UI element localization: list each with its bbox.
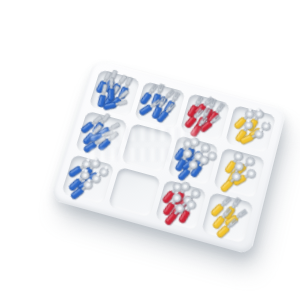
terminal-piece-blue-butt: undefined [129,175,157,192]
compartment-r1c4-yellow-hook [225,105,276,154]
terminal-piece-blue-fork [161,89,183,115]
terminal-piece-yellow-fork [221,194,245,222]
terminal-piece-blue-fork [138,81,162,107]
terminal-piece-blue-spade [102,97,129,113]
terminal-piece-red-butt: undefined [138,134,162,161]
terminal-piece-blue-ring [192,149,220,171]
terminal-piece-yellow-hook [233,118,257,144]
terminal-piece-red-butt: undefined [131,124,152,151]
terminal-piece-blue-hook [77,156,103,182]
terminal-piece-red-fork [191,93,217,118]
terminal-piece-blue-spade [80,121,105,147]
compartment-r1c2-blue-fork [134,81,186,129]
terminal-piece-red-ring [176,198,199,226]
terminal-piece-blue-spade [88,127,116,145]
terminal-piece-yellow-hook [244,107,266,134]
terminal-piece-yellow-ring [225,159,247,187]
terminal-piece-yellow-ring [231,167,259,189]
terminal-piece-yellow-ring [231,154,258,179]
terminal-piece-yellow-fork [214,215,241,241]
terminal-piece-blue-hook [83,165,111,186]
terminal-piece-blue-ring [172,136,196,163]
terminal-piece-blue-spade [78,112,105,136]
terminal-piece-blue-spade [95,118,123,139]
terminal-piece-red-butt: undefined [133,142,154,170]
terminal-piece-blue-ring [187,140,213,165]
terminal-piece-blue-spade [101,83,124,109]
compartment-r1c3-red-fork [179,93,230,142]
tray-body: undefinedundefinedundefinedundefinedunde… [50,59,287,255]
terminal-piece-blue-spade [107,72,131,98]
terminal-piece-red-fork [205,100,229,126]
terminal-piece-blue-butt: undefined [128,186,156,204]
compartment-r2c3-blue-ring [167,135,219,185]
terminal-piece-blue-spade [107,86,133,111]
terminal-piece-red-fork [193,105,214,132]
compartment-r3c3-red-ring [154,179,207,231]
terminal-piece-blue-fork [137,95,164,117]
terminal-piece-red-butt: undefined [143,127,166,154]
terminal-piece-yellow-ring [219,169,245,195]
terminal-piece-blue-hook [66,167,93,193]
terminal-piece-blue-spade [106,77,117,101]
terminal-piece-yellow-hook [238,127,266,147]
terminal-piece-blue-spade [89,111,113,137]
terminal-piece-blue-spade [115,75,135,101]
terminal-piece-blue-fork [149,94,170,121]
terminal-piece-red-ring [161,190,185,218]
terminal-piece-red-fork [188,113,212,139]
compartment-r3c2-blue-butt: undefinedundefinedundefinedundefinedunde… [107,166,160,217]
tray: undefinedundefinedundefinedundefinedunde… [50,59,287,255]
terminal-piece-red-ring [160,179,186,206]
terminal-piece-red-butt: undefined [140,123,158,150]
terminal-piece-red-butt: undefined [138,149,165,162]
terminal-piece-blue-butt: undefined [111,191,139,207]
terminal-piece-blue-spade [93,69,115,95]
product-photo: undefinedundefinedundefinedundefinedunde… [0,0,300,300]
terminal-piece-red-ring [169,193,196,219]
terminal-piece-red-fork [201,96,220,123]
terminal-piece-blue-butt: undefined [121,193,148,207]
terminal-piece-blue-fork [153,86,179,110]
compartment-r3c1-blue-hook [61,154,114,205]
terminal-piece-yellow-fork [223,206,251,230]
terminal-piece-red-ring [176,186,203,211]
terminal-piece-yellow-fork [208,193,235,219]
terminal-piece-blue-ring [175,157,201,183]
terminal-piece-blue-spade [95,128,121,153]
terminal-piece-blue-hook [69,177,97,202]
terminal-piece-blue-fork [149,81,168,107]
terminal-piece-yellow-fork [210,205,236,232]
terminal-piece-blue-butt: undefined [112,181,140,196]
compartment-r1c1-blue-spade [89,69,141,117]
terminal-piece-red-fork [185,93,207,119]
terminal-piece-blue-butt: undefined [113,171,141,187]
terminal-piece-blue-ring [187,153,211,180]
terminal-piece-blue-ring [173,147,196,174]
terminal-piece-blue-hook [66,157,94,180]
terminal-piece-red-fork [183,105,208,131]
terminal-piece-blue-hook [75,171,103,193]
terminal-piece-red-butt: undefined [123,140,149,165]
terminal-piece-blue-butt: undefined [122,172,149,186]
terminal-piece-blue-ring [183,136,202,163]
terminal-piece-blue-spade [81,132,109,155]
compartment-r2c1-blue-spade [75,111,128,160]
terminal-piece-yellow-hook [232,107,258,132]
terminal-piece-red-butt: undefined [132,133,152,160]
compartment-r2c4-yellow-ring [213,148,265,199]
compartment-r2c2-red-butt: undefinedundefinedundefinedundefinedunde… [121,123,173,173]
terminal-piece-blue-butt: undefined [126,195,155,214]
compartment-grid: undefinedundefinedundefinedundefinedunde… [50,59,287,255]
terminal-piece-blue-butt: undefined [122,184,149,197]
terminal-piece-blue-fork [154,99,179,125]
terminal-piece-red-ring [162,201,188,228]
terminal-piece-blue-ring [179,149,206,173]
terminal-piece-blue-spade [103,68,121,94]
compartment-r3c4-yellow-fork [201,192,254,244]
terminal-piece-yellow-ring [222,149,246,176]
terminal-piece-blue-spade [96,82,112,108]
terminal-piece-yellow-hook [247,118,274,141]
terminal-piece-red-ring [171,179,193,207]
terminal-piece-red-fork [197,111,224,135]
